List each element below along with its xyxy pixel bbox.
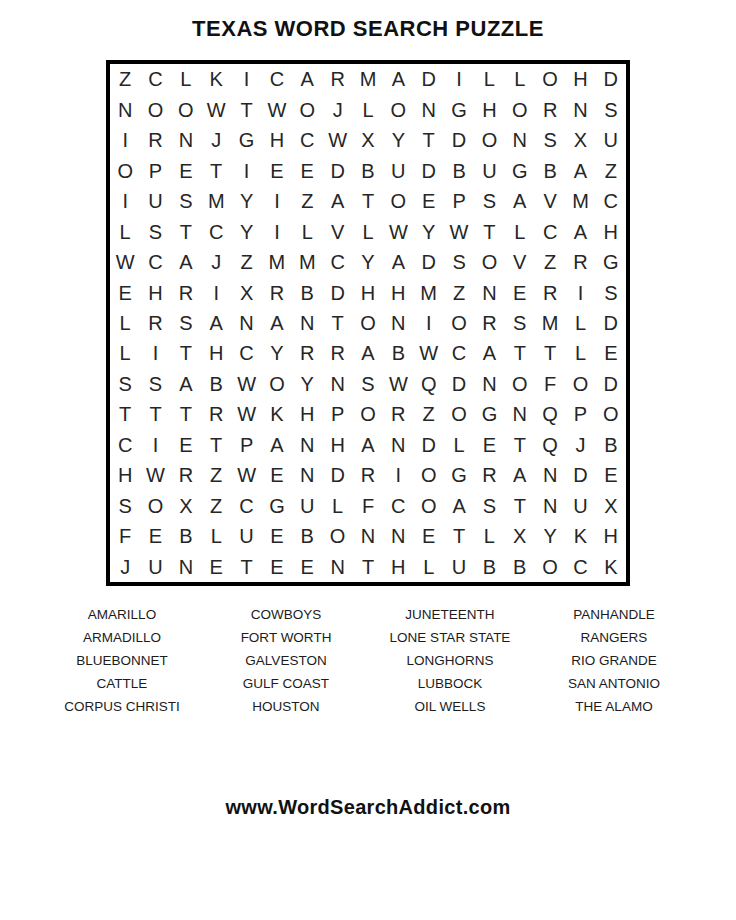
grid-cell: A xyxy=(474,338,504,368)
grid-cell: E xyxy=(292,155,322,185)
grid-cell: L xyxy=(201,521,231,551)
grid-cell: I xyxy=(110,125,140,155)
grid-cell: W xyxy=(140,460,170,490)
grid-cell: L xyxy=(414,552,444,582)
grid-cell: G xyxy=(474,399,504,429)
grid-cell: O xyxy=(414,460,444,490)
grid-cell: M xyxy=(262,247,292,277)
grid-cell: L xyxy=(565,338,595,368)
grid-cell: G xyxy=(505,155,535,185)
grid-cell: J xyxy=(110,552,140,582)
grid-cell: M xyxy=(565,186,595,216)
grid-cell: Z xyxy=(414,399,444,429)
grid-cell: C xyxy=(565,552,595,582)
grid-cell: E xyxy=(292,552,322,582)
grid-cell: K xyxy=(596,552,626,582)
grid-cell: I xyxy=(201,277,231,307)
word-list-item: JUNETEENTH xyxy=(368,603,532,626)
grid-cell: X xyxy=(565,125,595,155)
grid-cell: R xyxy=(322,64,352,94)
grid-cell: A xyxy=(262,308,292,338)
grid-cell: H xyxy=(262,125,292,155)
grid-cell: B xyxy=(596,430,626,460)
grid-cell: W xyxy=(231,369,261,399)
grid-cell: H xyxy=(474,94,504,124)
grid-cell: R xyxy=(535,277,565,307)
grid-cell: N xyxy=(383,308,413,338)
grid-cell: L xyxy=(322,491,352,521)
grid-cell: Y xyxy=(262,338,292,368)
grid-cell: O xyxy=(171,94,201,124)
grid-cell: C xyxy=(110,430,140,460)
word-list-column-3: JUNETEENTHLONE STAR STATELONGHORNSLUBBOC… xyxy=(368,603,532,718)
grid-cell: E xyxy=(262,460,292,490)
grid-cell: X xyxy=(505,521,535,551)
grid-cell: I xyxy=(231,155,261,185)
grid-cell: N xyxy=(505,125,535,155)
grid-cell: O xyxy=(565,369,595,399)
grid-cell: H xyxy=(596,216,626,246)
grid-cell: F xyxy=(110,521,140,551)
grid-cell: U xyxy=(140,552,170,582)
grid-cell: R xyxy=(322,338,352,368)
grid-cell: L xyxy=(474,64,504,94)
grid-cell: H xyxy=(383,277,413,307)
grid-cell: C xyxy=(292,125,322,155)
grid-cell: W xyxy=(231,460,261,490)
grid-cell: E xyxy=(262,552,292,582)
grid-cell: D xyxy=(596,369,626,399)
grid-cell: T xyxy=(505,338,535,368)
grid-cell: Q xyxy=(414,369,444,399)
word-list-item: LONGHORNS xyxy=(368,649,532,672)
grid-cell: L xyxy=(110,308,140,338)
word-list-item: LONE STAR STATE xyxy=(368,626,532,649)
grid-cell: E xyxy=(474,430,504,460)
grid-cell: U xyxy=(444,552,474,582)
grid-cell: H xyxy=(353,277,383,307)
word-list-item: CORPUS CHRISTI xyxy=(40,695,204,718)
grid-cell: D xyxy=(414,64,444,94)
grid-cell: T xyxy=(171,216,201,246)
grid-cell: E xyxy=(171,155,201,185)
grid-cell: N xyxy=(383,430,413,460)
grid-cell: B xyxy=(474,552,504,582)
word-list-item: SAN ANTONIO xyxy=(532,672,696,695)
grid-cell: U xyxy=(474,155,504,185)
grid-cell: U xyxy=(292,491,322,521)
grid-cell: E xyxy=(171,430,201,460)
grid-cell: N xyxy=(565,94,595,124)
word-list-item: COWBOYS xyxy=(204,603,368,626)
grid-cell: H xyxy=(383,552,413,582)
word-list-item: FORT WORTH xyxy=(204,626,368,649)
grid-cell: F xyxy=(535,369,565,399)
grid-cell: Z xyxy=(201,460,231,490)
grid-cell: N xyxy=(292,460,322,490)
grid-cell: O xyxy=(596,399,626,429)
grid-cell: E xyxy=(414,521,444,551)
grid-cell: N xyxy=(505,399,535,429)
grid-cell: T xyxy=(444,521,474,551)
grid-cell: I xyxy=(262,186,292,216)
grid-cell: I xyxy=(110,186,140,216)
grid-cell: A xyxy=(565,155,595,185)
grid-cell: I xyxy=(565,277,595,307)
grid-cell: I xyxy=(414,308,444,338)
grid-cell: B xyxy=(444,155,474,185)
grid-cell: T xyxy=(231,552,261,582)
word-list-item: ARMADILLO xyxy=(40,626,204,649)
grid-cell: X xyxy=(353,125,383,155)
grid-cell: R xyxy=(201,399,231,429)
grid-cell: M xyxy=(201,186,231,216)
grid-cell: U xyxy=(596,125,626,155)
grid-cell: A xyxy=(322,186,352,216)
grid-cell: O xyxy=(262,369,292,399)
grid-cell: Q xyxy=(535,399,565,429)
grid-cell: F xyxy=(353,491,383,521)
grid-cell: N xyxy=(474,277,504,307)
grid-cell: G xyxy=(262,491,292,521)
grid-cell: G xyxy=(444,94,474,124)
word-list-column-1: AMARILLOARMADILLOBLUEBONNETCATTLECORPUS … xyxy=(40,603,204,718)
grid-cell: C xyxy=(231,491,261,521)
grid-cell: B xyxy=(171,521,201,551)
grid-cell: P xyxy=(565,399,595,429)
grid-cell: W xyxy=(110,247,140,277)
grid-cell: I xyxy=(231,64,261,94)
grid-cell: R xyxy=(535,94,565,124)
grid-cell: T xyxy=(171,338,201,368)
grid-cell: C xyxy=(140,64,170,94)
grid-cell: N xyxy=(353,521,383,551)
grid-cell: E xyxy=(110,277,140,307)
grid-cell: T xyxy=(505,491,535,521)
grid-cell: W xyxy=(414,338,444,368)
grid-cell: A xyxy=(262,430,292,460)
website-url: www.WordSearchAddict.com xyxy=(0,796,736,819)
grid-cell: O xyxy=(535,552,565,582)
grid-cell: S xyxy=(474,491,504,521)
grid-cell: D xyxy=(322,460,352,490)
word-list-item: GULF COAST xyxy=(204,672,368,695)
grid-cell: W xyxy=(444,216,474,246)
grid-cell: B xyxy=(292,521,322,551)
grid-cell: J xyxy=(201,125,231,155)
grid-cell: S xyxy=(171,308,201,338)
grid-cell: A xyxy=(201,308,231,338)
grid-cell: O xyxy=(140,491,170,521)
grid-cell: Z xyxy=(231,247,261,277)
grid-cell: T xyxy=(322,308,352,338)
grid-cell: S xyxy=(596,94,626,124)
grid-cell: Y xyxy=(414,216,444,246)
word-list-item: LUBBOCK xyxy=(368,672,532,695)
grid-cell: I xyxy=(140,338,170,368)
word-list: AMARILLOARMADILLOBLUEBONNETCATTLECORPUS … xyxy=(40,603,696,718)
grid-cell: H xyxy=(565,64,595,94)
grid-cell: O xyxy=(505,369,535,399)
word-list-item: AMARILLO xyxy=(40,603,204,626)
grid-cell: U xyxy=(140,186,170,216)
grid-cell: C xyxy=(262,64,292,94)
grid-cell: N xyxy=(474,369,504,399)
grid-cell: E xyxy=(262,521,292,551)
grid-cell: C xyxy=(201,216,231,246)
grid-cell: O xyxy=(414,491,444,521)
grid-cell: E xyxy=(201,552,231,582)
grid-cell: E xyxy=(140,521,170,551)
grid-cell: X xyxy=(596,491,626,521)
grid-cell: U xyxy=(565,491,595,521)
grid-cell: I xyxy=(140,430,170,460)
grid-cell: B xyxy=(535,155,565,185)
grid-cell: N xyxy=(322,552,352,582)
grid-cell: O xyxy=(383,94,413,124)
grid-cell: M xyxy=(414,277,444,307)
word-list-column-4: PANHANDLERANGERSRIO GRANDESAN ANTONIOTHE… xyxy=(532,603,696,718)
grid-cell: K xyxy=(262,399,292,429)
grid-cell: J xyxy=(322,94,352,124)
grid-cell: C xyxy=(383,491,413,521)
grid-cell: Y xyxy=(231,186,261,216)
grid-cell: E xyxy=(596,460,626,490)
grid-cell: Z xyxy=(444,277,474,307)
grid-cell: A xyxy=(383,247,413,277)
grid-cell: A xyxy=(383,64,413,94)
grid-cell: Y xyxy=(383,125,413,155)
grid-cell: R xyxy=(565,247,595,277)
grid-cell: S xyxy=(140,369,170,399)
grid-cell: N xyxy=(231,308,261,338)
grid-cell: S xyxy=(505,308,535,338)
grid-cell: Q xyxy=(535,430,565,460)
grid-cell: N xyxy=(110,94,140,124)
grid-cell: T xyxy=(231,94,261,124)
grid-cell: R xyxy=(140,308,170,338)
grid-cell: Y xyxy=(535,521,565,551)
grid-cell: R xyxy=(383,399,413,429)
grid-cell: A xyxy=(171,369,201,399)
grid-cell: S xyxy=(110,491,140,521)
grid-cell: Z xyxy=(535,247,565,277)
grid-cell: O xyxy=(383,186,413,216)
grid-cell: D xyxy=(414,430,444,460)
grid-cell: Y xyxy=(231,216,261,246)
grid-cell: Y xyxy=(292,369,322,399)
grid-cell: L xyxy=(505,216,535,246)
grid-cell: V xyxy=(535,186,565,216)
grid-cell: R xyxy=(474,460,504,490)
grid-cell: N xyxy=(535,460,565,490)
grid-cell: O xyxy=(444,308,474,338)
grid-cell: E xyxy=(414,186,444,216)
grid-cell: U xyxy=(383,155,413,185)
grid-cell: S xyxy=(353,369,383,399)
grid-cell: N xyxy=(414,94,444,124)
puzzle-grid: ZCLKICARMADILLOHDNOOWTWOJLONGHORNSIRNJGH… xyxy=(106,60,630,586)
grid-cell: T xyxy=(353,552,383,582)
grid-cell: T xyxy=(110,399,140,429)
grid-cell: E xyxy=(262,155,292,185)
grid-cell: K xyxy=(201,64,231,94)
grid-cell: T xyxy=(201,430,231,460)
grid-cell: V xyxy=(322,216,352,246)
grid-cell: C xyxy=(140,247,170,277)
grid-cell: U xyxy=(231,521,261,551)
grid-cell: O xyxy=(140,94,170,124)
grid-cell: C xyxy=(231,338,261,368)
grid-cell: B xyxy=(292,277,322,307)
grid-cell: L xyxy=(353,94,383,124)
grid-cell: R xyxy=(140,125,170,155)
grid-cell: L xyxy=(353,216,383,246)
grid-cell: K xyxy=(565,521,595,551)
grid-cell: T xyxy=(201,155,231,185)
grid-cell: B xyxy=(383,338,413,368)
grid-cell: O xyxy=(505,94,535,124)
grid-cell: B xyxy=(353,155,383,185)
grid-cell: P xyxy=(231,430,261,460)
grid-cell: I xyxy=(262,216,292,246)
grid-cell: G xyxy=(231,125,261,155)
grid-cell: R xyxy=(171,460,201,490)
grid-cell: R xyxy=(262,277,292,307)
grid-cell: C xyxy=(444,338,474,368)
grid-cell: O xyxy=(353,399,383,429)
page-title: TEXAS WORD SEARCH PUZZLE xyxy=(0,16,736,42)
grid-cell: L xyxy=(171,64,201,94)
grid-cell: S xyxy=(596,277,626,307)
grid-cell: D xyxy=(565,460,595,490)
grid-cell: W xyxy=(262,94,292,124)
grid-cell: D xyxy=(322,277,352,307)
grid-cell: N xyxy=(383,521,413,551)
grid-cell: T xyxy=(535,338,565,368)
grid-cell: L xyxy=(110,216,140,246)
grid-cell: E xyxy=(505,277,535,307)
grid-cell: S xyxy=(474,186,504,216)
grid-cell: A xyxy=(353,338,383,368)
grid-cell: L xyxy=(565,308,595,338)
grid-cell: L xyxy=(474,521,504,551)
grid-cell: H xyxy=(596,521,626,551)
grid-cell: W xyxy=(383,216,413,246)
word-list-item: RIO GRANDE xyxy=(532,649,696,672)
grid-cell: D xyxy=(444,125,474,155)
grid-cell: P xyxy=(444,186,474,216)
grid-cell: S xyxy=(535,125,565,155)
grid-cell: C xyxy=(322,247,352,277)
grid-cell: N xyxy=(171,125,201,155)
grid-cell: V xyxy=(505,247,535,277)
grid-cell: T xyxy=(140,399,170,429)
grid-cell: A xyxy=(292,64,322,94)
grid-cell: X xyxy=(231,277,261,307)
grid-cell: O xyxy=(474,125,504,155)
grid-cell: T xyxy=(353,186,383,216)
grid-cell: N xyxy=(292,430,322,460)
word-list-item: THE ALAMO xyxy=(532,695,696,718)
grid-cell: P xyxy=(322,399,352,429)
word-list-column-2: COWBOYSFORT WORTHGALVESTONGULF COASTHOUS… xyxy=(204,603,368,718)
grid-cell: O xyxy=(444,399,474,429)
word-list-item: BLUEBONNET xyxy=(40,649,204,672)
grid-cell: A xyxy=(171,247,201,277)
word-list-item: HOUSTON xyxy=(204,695,368,718)
grid-cell: I xyxy=(383,460,413,490)
grid-cell: W xyxy=(231,399,261,429)
grid-cell: N xyxy=(535,491,565,521)
grid-cell: A xyxy=(565,216,595,246)
grid-cell: T xyxy=(171,399,201,429)
puzzle-page: TEXAS WORD SEARCH PUZZLE ZCLKICARMADILLO… xyxy=(0,0,736,920)
grid-cell: N xyxy=(292,308,322,338)
grid-cell: M xyxy=(292,247,322,277)
grid-cell: N xyxy=(322,369,352,399)
grid-cell: L xyxy=(110,338,140,368)
grid-cell: S xyxy=(444,247,474,277)
grid-cell: W xyxy=(201,94,231,124)
grid-cell: W xyxy=(322,125,352,155)
grid-cell: J xyxy=(565,430,595,460)
grid-cell: S xyxy=(110,369,140,399)
grid-cell: R xyxy=(292,338,322,368)
grid-cell: D xyxy=(322,155,352,185)
grid-cell: O xyxy=(292,94,322,124)
grid-cell: M xyxy=(353,64,383,94)
grid-cell: S xyxy=(140,216,170,246)
grid-cell: B xyxy=(505,552,535,582)
grid-cell: S xyxy=(171,186,201,216)
grid-cell: T xyxy=(505,430,535,460)
grid-cell: Y xyxy=(353,247,383,277)
grid-cell: E xyxy=(596,338,626,368)
grid-cell: Z xyxy=(292,186,322,216)
grid-cell: H xyxy=(292,399,322,429)
grid-cell: T xyxy=(474,216,504,246)
grid-cell: X xyxy=(171,491,201,521)
grid-cell: I xyxy=(444,64,474,94)
grid-cell: C xyxy=(535,216,565,246)
grid-cell: H xyxy=(140,277,170,307)
grid-cell: A xyxy=(505,186,535,216)
grid-cell: O xyxy=(322,521,352,551)
grid-cell: P xyxy=(140,155,170,185)
grid-cell: D xyxy=(596,308,626,338)
grid-cell: D xyxy=(414,155,444,185)
word-list-item: CATTLE xyxy=(40,672,204,695)
grid-cell: T xyxy=(414,125,444,155)
grid-cell: B xyxy=(201,369,231,399)
grid-cell: Z xyxy=(201,491,231,521)
grid-cell: G xyxy=(596,247,626,277)
word-list-item: GALVESTON xyxy=(204,649,368,672)
grid-cell: D xyxy=(596,64,626,94)
grid-cell: R xyxy=(474,308,504,338)
grid-cell: W xyxy=(383,369,413,399)
word-list-item: OIL WELLS xyxy=(368,695,532,718)
grid-cell: H xyxy=(110,460,140,490)
grid-cell: Z xyxy=(596,155,626,185)
grid-cell: O xyxy=(110,155,140,185)
grid-cell: O xyxy=(474,247,504,277)
grid-cell: Z xyxy=(110,64,140,94)
grid-cell: D xyxy=(444,369,474,399)
word-list-item: PANHANDLE xyxy=(532,603,696,626)
grid-cell: D xyxy=(414,247,444,277)
